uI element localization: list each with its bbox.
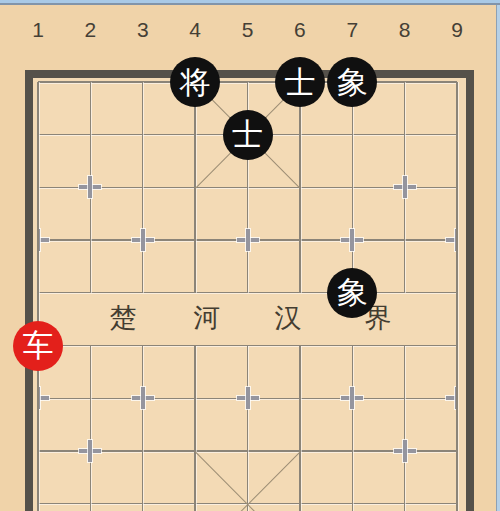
- scrollbar-track-edge: [496, 0, 497, 511]
- marker-bar-v: [246, 387, 250, 409]
- marker-bar-v: [350, 387, 354, 409]
- position-marker: [79, 440, 101, 462]
- river-text-char: 楚: [110, 300, 137, 336]
- grid-line-file-8: [404, 346, 405, 511]
- grid-line-file-2: [90, 346, 91, 511]
- marker-bar-v: [403, 176, 407, 198]
- grid-line-file-5: [247, 346, 248, 511]
- xiangqi-board[interactable]: 楚河汉界将士象士象车: [0, 0, 500, 511]
- grid-line-file-3: [142, 346, 143, 511]
- marker-bar-v: [88, 440, 92, 462]
- marker-bar-v: [246, 229, 250, 251]
- piece-black-general[interactable]: 将: [170, 57, 220, 107]
- position-marker: [132, 387, 154, 409]
- grid-line-file-1: [37, 82, 38, 511]
- piece-red-chariot[interactable]: 车: [13, 321, 63, 371]
- position-marker: [394, 176, 416, 198]
- position-marker: [237, 229, 259, 251]
- grid-line-file-6: [299, 346, 300, 511]
- marker-bar-v: [141, 229, 145, 251]
- position-marker: [341, 229, 363, 251]
- xiangqi-app: 123456789 楚河汉界将士象士象车: [0, 0, 500, 511]
- marker-bar-v: [141, 387, 145, 409]
- position-marker: [394, 440, 416, 462]
- river-text-char: 河: [194, 300, 221, 336]
- position-marker: [237, 387, 259, 409]
- position-marker: [341, 387, 363, 409]
- piece-black-elephant[interactable]: 象: [327, 57, 377, 107]
- piece-black-advisor[interactable]: 士: [275, 57, 325, 107]
- marker-bar-v: [88, 176, 92, 198]
- grid-line-file-3: [142, 82, 143, 293]
- grid-line-file-7: [352, 346, 353, 511]
- grid-line-file-4: [194, 346, 195, 511]
- grid-line-file-7: [352, 82, 353, 293]
- grid-line-file-9: [456, 82, 457, 511]
- piece-black-elephant[interactable]: 象: [327, 268, 377, 318]
- river-text-char: 汉: [275, 300, 302, 336]
- piece-black-advisor[interactable]: 士: [223, 110, 273, 160]
- window-top-edge-line: [0, 3, 500, 5]
- position-marker: [79, 176, 101, 198]
- marker-bar-v: [403, 440, 407, 462]
- position-marker: [132, 229, 154, 251]
- marker-bar-v: [350, 229, 354, 251]
